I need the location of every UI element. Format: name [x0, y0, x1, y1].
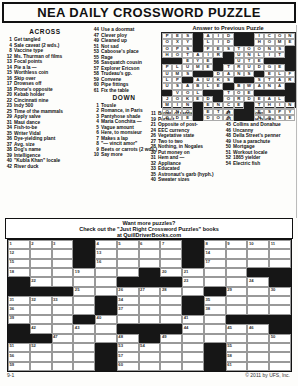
grid-cell[interactable]: 3	[52, 240, 74, 249]
grid-cell[interactable]	[182, 343, 204, 352]
clue-text: Trudeau's gp.	[101, 71, 159, 76]
clue-text: Explorer Ericson	[101, 66, 159, 71]
grid-cell[interactable]: 4	[95, 240, 117, 249]
grid-cell[interactable]	[247, 296, 269, 305]
clue-number: 21	[146, 122, 156, 127]
clue-column-across: ACROSS1Get tangled4Sale caveat (2 wds.)8…	[2, 27, 88, 218]
grid-cell[interactable]	[204, 315, 226, 324]
copyright: © 2011 by UFS, Inc.	[245, 372, 290, 378]
grid-cell[interactable]: 61	[226, 362, 248, 371]
grid-cell[interactable]: 9	[226, 240, 248, 249]
grid-cell[interactable]: 53	[117, 343, 139, 352]
clue-number: 59	[89, 77, 99, 82]
clue-item: 21Opposite of post-	[146, 122, 219, 127]
grid-cell[interactable]	[269, 259, 291, 268]
answer-cell: O	[264, 115, 274, 121]
grid-cell[interactable]	[204, 334, 226, 343]
clue-text: 1865 yielder	[233, 155, 297, 160]
grid-cell[interactable]: 7	[160, 240, 182, 249]
clue-item: 49Use a parachute	[221, 139, 297, 144]
clue-item: 47Clever ploy	[89, 33, 159, 38]
grid-cell-black	[95, 296, 117, 305]
clue-item: 32Appliance	[146, 161, 219, 166]
clue-text: Indy 500	[14, 103, 88, 108]
grid-cell-black	[8, 324, 30, 333]
clue-item: 50Mortgage	[221, 144, 297, 149]
clue-number: 37	[2, 142, 12, 147]
clue-number: 6	[89, 130, 99, 135]
grid-cell[interactable]	[226, 296, 248, 305]
cell-number: 34	[118, 297, 123, 302]
clue-number: 31	[146, 155, 156, 160]
grid-cell[interactable]	[95, 277, 117, 286]
clue-item: 60Pipe fittings	[89, 82, 159, 87]
grid-cell[interactable]: 2	[30, 240, 52, 249]
clue-item: 61Fix the table	[89, 88, 159, 93]
grid-cell[interactable]: 51	[8, 343, 30, 352]
clue-item: 31Hem and —	[146, 155, 219, 160]
clue-text: Sale caveat (2 wds.)	[14, 43, 88, 48]
grid-cell[interactable]: 21	[182, 268, 204, 277]
grid-cell[interactable]: 57	[117, 352, 139, 361]
grid-cell[interactable]: 46	[247, 324, 269, 333]
grid-cell[interactable]	[247, 259, 269, 268]
grid-cell-black	[204, 287, 226, 296]
grid-cell[interactable]	[117, 259, 139, 268]
grid-cell[interactable]	[269, 343, 291, 352]
answer-cell: N	[254, 115, 264, 121]
grid-cell-black	[182, 259, 204, 268]
clue-text: Hem and —	[158, 155, 219, 160]
grid-cell[interactable]	[30, 268, 52, 277]
clue-number: 17	[2, 81, 12, 86]
cell-number: 49	[162, 334, 167, 339]
grid-cell[interactable]	[269, 296, 291, 305]
grid-cell[interactable]	[30, 352, 52, 361]
clue-number: 44	[89, 27, 99, 32]
grid-cell[interactable]	[95, 334, 117, 343]
section-header-down: DOWN	[89, 94, 159, 101]
cell-number: 20	[162, 269, 167, 274]
clue-text: Apply salve	[14, 114, 88, 119]
grid-cell[interactable]	[247, 343, 269, 352]
grid-cell[interactable]: 44	[182, 324, 204, 333]
answer-cell: D	[172, 115, 182, 121]
grid-cell[interactable]: 38	[204, 305, 226, 314]
grid-cell-black	[204, 343, 226, 352]
grid-cell[interactable]: 48	[117, 334, 139, 343]
grid-cell[interactable]	[139, 362, 161, 371]
grid-cell[interactable]: 27	[139, 287, 161, 296]
clue-item: 12Ms. Thurman of films	[2, 54, 88, 59]
grid-cell[interactable]	[95, 287, 117, 296]
grid-cell[interactable]: 34	[117, 296, 139, 305]
grid-cell[interactable]: 56	[8, 352, 30, 361]
clue-number: 14	[2, 65, 12, 70]
clue-column-down-2: 11Brown of renown19Perfect21Opposite of …	[146, 111, 219, 218]
cell-number: 57	[118, 353, 123, 358]
clue-number: 25	[2, 109, 12, 114]
clue-text: Workout locale	[233, 150, 297, 155]
answer-cell: E	[182, 115, 192, 121]
grid-cell-black	[139, 334, 161, 343]
grid-cell[interactable]: 59	[8, 362, 30, 371]
clue-number: 38	[2, 147, 12, 152]
cell-number: 25	[75, 287, 80, 292]
cell-number: 42	[31, 325, 36, 330]
grid-cell[interactable]: 52	[30, 343, 52, 352]
grid-cell[interactable]: 32	[30, 296, 52, 305]
clue-number: 1	[89, 103, 99, 108]
grid-cell[interactable]: 17	[204, 259, 226, 268]
grid-cell[interactable]	[52, 277, 74, 286]
cell-number: 44	[184, 325, 189, 330]
grid-cell[interactable]	[160, 362, 182, 371]
clue-item: 25Time of the mammals	[2, 109, 88, 114]
grid-cell[interactable]: 31	[8, 296, 30, 305]
grid-cell[interactable]: 20	[160, 268, 182, 277]
grid-cell[interactable]: 42	[30, 324, 52, 333]
grid-cell-black	[95, 352, 117, 361]
clue-number: 51	[89, 44, 99, 49]
footer: 9-1 © 2011 by UFS, Inc.	[0, 372, 298, 382]
cell-number: 52	[31, 343, 36, 348]
clue-text: Convene	[101, 77, 159, 82]
clue-number: 18	[2, 87, 12, 92]
grid-cell-black	[139, 324, 161, 333]
grid-cell[interactable]	[30, 315, 52, 324]
clue-item: 22Cincinnati nine	[2, 98, 88, 103]
grid-cell[interactable]: 22	[30, 277, 52, 286]
grid-cell[interactable]	[269, 362, 291, 371]
cell-number: 1	[10, 241, 12, 246]
grid-cell-black	[95, 343, 117, 352]
column-rule	[296, 25, 297, 218]
grid-cell[interactable]: 58	[226, 352, 248, 361]
clue-item: 14Pie a la —	[2, 65, 88, 70]
grid-cell[interactable]	[160, 315, 182, 324]
cell-number: 26	[118, 287, 123, 292]
clue-number: 22	[2, 98, 12, 103]
clue-text: Della Street's penner	[233, 133, 297, 138]
grid-cell[interactable]	[226, 334, 248, 343]
answer-cell: D	[203, 115, 213, 121]
clue-text: Sasquatch cousin	[101, 60, 159, 65]
grid-cell[interactable]	[30, 249, 52, 258]
grid-cell[interactable]: 12	[8, 249, 30, 258]
grid-cell[interactable]	[139, 352, 161, 361]
grid-cell[interactable]: 5	[117, 240, 139, 249]
grid-cell[interactable]	[247, 352, 269, 361]
grid-cell[interactable]: 15	[8, 259, 30, 268]
clue-item: 54Electric fish	[221, 161, 297, 166]
clue-number: 2	[89, 108, 99, 113]
grid-cell[interactable]	[117, 315, 139, 324]
cell-number: 8	[205, 241, 207, 246]
clue-text: Focal points	[14, 59, 88, 64]
grid-cell[interactable]	[139, 249, 161, 258]
clue-item: 34Fish-to-be	[2, 125, 88, 130]
grid-cell[interactable]	[139, 259, 161, 268]
grid-cell[interactable]: 14	[204, 249, 226, 258]
clue-column-down-3: 41Overshadows43Look at the books45Collin…	[221, 111, 297, 218]
section-header-across: ACROSS	[2, 28, 88, 35]
grid-cell-black	[182, 249, 204, 258]
grid-cell[interactable]: 54	[139, 343, 161, 352]
clue-text: "Kubla Khan" locale	[14, 158, 88, 163]
grid-cell[interactable]: 16	[95, 259, 117, 268]
clue-text: Astronaut's garb (hyph.)	[158, 172, 219, 177]
grid-cell[interactable]	[139, 305, 161, 314]
grid-cell[interactable]: 43	[73, 324, 95, 333]
cell-number: 53	[118, 343, 123, 348]
grid-cell[interactable]	[160, 343, 182, 352]
grid-cell[interactable]	[52, 268, 74, 277]
grid-cell[interactable]	[247, 362, 269, 371]
grid-cell[interactable]	[204, 268, 226, 277]
promo-box: Want more puzzles? Check out the "Just R…	[5, 218, 293, 239]
clue-item: 53Caboose's place	[89, 49, 159, 54]
grid-cell[interactable]: 1	[8, 240, 30, 249]
clue-number: 46	[221, 128, 231, 133]
grid-cell[interactable]	[160, 296, 182, 305]
clue-number: 20	[2, 92, 12, 97]
cell-number: 14	[205, 250, 210, 255]
cell-number: 60	[118, 362, 123, 367]
grid-cell-black	[247, 268, 269, 277]
grid-cell[interactable]: 26	[117, 287, 139, 296]
grid-cell[interactable]	[52, 343, 74, 352]
grid-cell[interactable]	[73, 343, 95, 352]
clue-number: 7	[89, 136, 99, 141]
grid-cell[interactable]	[52, 352, 74, 361]
clue-number: 28	[146, 144, 156, 149]
grid-cell[interactable]	[73, 277, 95, 286]
grid-cell[interactable]	[226, 305, 248, 314]
clue-text: Skip over	[14, 76, 88, 81]
clue-number: 51	[221, 150, 231, 155]
clue-number: 34	[2, 125, 12, 130]
cell-number: 12	[10, 250, 15, 255]
grid-cell[interactable]: 10	[247, 240, 269, 249]
grid-cell[interactable]	[73, 362, 95, 371]
clue-item: 56Sasquatch cousin	[89, 60, 159, 65]
grid-cell[interactable]	[182, 287, 204, 296]
clue-text: EEC currency	[158, 128, 219, 133]
clue-number: 33	[146, 166, 156, 171]
clue-text: Mortgage	[233, 144, 297, 149]
grid-cell[interactable]: 47	[52, 334, 74, 343]
grid-cell-black	[182, 240, 204, 249]
grid-cell[interactable]	[95, 268, 117, 277]
cell-number: 7	[162, 241, 164, 246]
grid-cell[interactable]	[226, 259, 248, 268]
grid-cell[interactable]	[182, 362, 204, 371]
cell-number: 16	[97, 259, 102, 264]
clue-number: 12	[2, 54, 12, 59]
grid-cell[interactable]: 40	[95, 315, 117, 324]
grid-cell[interactable]	[247, 334, 269, 343]
grid-cell[interactable]: 36	[8, 305, 30, 314]
grid-cell[interactable]	[204, 277, 226, 286]
clue-number: 49	[89, 38, 99, 43]
grid-cell[interactable]	[226, 268, 248, 277]
clue-number: 35	[146, 172, 156, 177]
grid-cell[interactable]	[73, 352, 95, 361]
clue-item: 44Use a doormat	[89, 27, 159, 32]
answer-cell-black	[193, 115, 203, 121]
grid-cell[interactable]	[226, 249, 248, 258]
grid-cell[interactable]: 45	[226, 324, 248, 333]
grid-cell[interactable]: 19	[73, 268, 95, 277]
cell-number: 46	[249, 325, 254, 330]
clue-item: 16Skip over	[2, 76, 88, 81]
cell-number: 50	[271, 334, 276, 339]
grid-cell[interactable]: 8	[204, 240, 226, 249]
clue-text: Uncanny	[233, 128, 297, 133]
grid-cell[interactable]	[182, 334, 204, 343]
clue-text: Sweater sizes	[158, 177, 219, 182]
clue-number: 9	[89, 147, 99, 152]
cell-number: 21	[184, 269, 189, 274]
clue-text: Pie a la —	[14, 65, 88, 70]
clue-item: 20Kebab holder	[2, 92, 88, 97]
grid-cell[interactable]: 50	[269, 334, 291, 343]
grid-cell[interactable]: 41	[182, 315, 204, 324]
grid-cell-black	[139, 268, 161, 277]
clue-text: Fix the table	[101, 88, 159, 93]
grid-cell[interactable]	[73, 296, 95, 305]
clue-number: 50	[221, 144, 231, 149]
grid-cell-black	[226, 315, 248, 324]
answer-cell: O	[213, 115, 223, 121]
grid-cell[interactable]	[117, 268, 139, 277]
grid-cell[interactable]	[226, 277, 248, 286]
grid-cell-black	[204, 362, 226, 371]
clue-number: 40	[146, 177, 156, 182]
clue-number: 53	[89, 49, 99, 54]
grid-cell[interactable]: 13	[95, 249, 117, 258]
grid-cell[interactable]	[52, 305, 74, 314]
clue-item: 28Nothing, in Nogales	[146, 144, 219, 149]
clue-item: 59Convene	[89, 77, 159, 82]
clue-number: 24	[146, 128, 156, 133]
grid-cell[interactable]: 23	[182, 277, 204, 286]
grid-cell[interactable]	[160, 259, 182, 268]
grid-cell[interactable]	[52, 362, 74, 371]
grid-cell[interactable]	[52, 315, 74, 324]
grid-cell[interactable]	[139, 296, 161, 305]
grid-cell[interactable]	[269, 249, 291, 258]
answer-cell: O	[162, 115, 172, 121]
grid-cell[interactable]: 28	[160, 287, 182, 296]
grid-cell[interactable]	[160, 352, 182, 361]
clue-number: 1	[2, 37, 12, 42]
grid-cell-black	[95, 305, 117, 314]
cell-number: 17	[205, 259, 210, 264]
grid-cell[interactable]	[139, 315, 161, 324]
cell-number: 3	[53, 241, 55, 246]
grid-cell[interactable]	[247, 305, 269, 314]
grid-cell[interactable]: 60	[117, 362, 139, 371]
clue-number: 8	[2, 48, 12, 53]
clue-number: 47	[89, 33, 99, 38]
grid-cell[interactable]	[30, 362, 52, 371]
grid-cell[interactable]	[52, 259, 74, 268]
grid-cell[interactable]	[73, 305, 95, 314]
clue-number: 49	[221, 139, 231, 144]
grid-cell[interactable]	[204, 324, 226, 333]
grid-cell-black	[269, 324, 291, 333]
grid-cell-black	[73, 315, 95, 324]
answer-cell: S	[275, 115, 285, 121]
clue-text: Drowses off	[14, 81, 88, 86]
grid-cell[interactable]	[52, 249, 74, 258]
clue-number: 52	[221, 155, 231, 160]
clue-number: 31	[2, 120, 12, 125]
grid-cell[interactable]: 37	[117, 305, 139, 314]
grid-cell[interactable]	[247, 287, 269, 296]
grid-cell[interactable]	[160, 305, 182, 314]
grid-cell[interactable]: 30	[269, 287, 291, 296]
clue-number: 35	[2, 131, 12, 136]
grid-cell-black	[117, 277, 139, 286]
grid-cell[interactable]	[95, 324, 117, 333]
grid-cell[interactable]	[160, 249, 182, 258]
grid-cell[interactable]: 49	[160, 334, 182, 343]
cell-number: 37	[118, 306, 123, 311]
grid-cell[interactable]	[30, 305, 52, 314]
cell-number: 28	[162, 287, 167, 292]
grid-cell[interactable]	[247, 249, 269, 258]
grid-cell[interactable]	[117, 249, 139, 258]
grid-cell[interactable]	[30, 259, 52, 268]
promo-line-3: at QuillDriverBooks.com	[117, 232, 181, 238]
clue-text: Use a doormat	[101, 27, 159, 32]
grid-cell[interactable]: 6	[139, 240, 161, 249]
grid-cell[interactable]: 33	[52, 296, 74, 305]
cell-number: 43	[75, 325, 80, 330]
grid-cell[interactable]: 24	[247, 277, 269, 286]
grid-cell[interactable]: 35	[204, 296, 226, 305]
grid-cell[interactable]: 39	[8, 315, 30, 324]
grid-cell-black	[269, 315, 291, 324]
grid-cell[interactable]: 18	[8, 268, 30, 277]
grid-cell[interactable]: 29	[226, 287, 248, 296]
clue-item: 33Educated	[146, 166, 219, 171]
newspaper-crossword-page: NEA DAILY CROSSWORD PUZZLE ACROSS1Get ta…	[0, 0, 298, 386]
cell-number: 39	[10, 315, 15, 320]
answer-grid: PESAIDICONOXYLIDHOMEOPSFESTOONSHOTAIRUNL…	[161, 32, 296, 108]
page-title: NEA DAILY CROSSWORD PUZZLE	[37, 5, 261, 20]
cell-number: 59	[10, 362, 15, 367]
grid-cell[interactable]: 11	[269, 240, 291, 249]
grid-cell[interactable]	[73, 334, 95, 343]
clue-number: 19	[146, 117, 156, 122]
grid-cell[interactable]: 25	[73, 287, 95, 296]
grid-cell[interactable]	[52, 324, 74, 333]
clue-item: 8Vaccine type	[2, 48, 88, 53]
grid-cell[interactable]	[269, 305, 291, 314]
clue-item: 40"Kubla Khan" locale	[2, 158, 88, 163]
clue-number: 55	[89, 55, 99, 60]
grid-cell[interactable]: 55	[226, 343, 248, 352]
grid-cell-black	[269, 268, 291, 277]
grid-cell[interactable]	[182, 352, 204, 361]
grid-cell[interactable]	[269, 352, 291, 361]
clue-item: 58Trudeau's gp.	[89, 71, 159, 76]
clue-text: Dog's name	[14, 147, 88, 152]
